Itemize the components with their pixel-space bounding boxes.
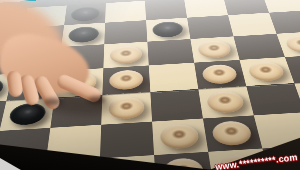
square-g7[interactable] [228, 13, 277, 37]
cream-checker[interactable] [206, 90, 246, 113]
square-e5[interactable] [149, 63, 199, 92]
cream-checker[interactable] [211, 120, 254, 146]
cream-checker[interactable] [197, 40, 232, 59]
square-d6[interactable] [103, 42, 148, 69]
cream-checker[interactable] [160, 123, 200, 149]
black-checker[interactable] [0, 78, 5, 100]
cream-checker[interactable] [110, 45, 142, 64]
square-c7[interactable] [61, 23, 105, 47]
cream-checker[interactable] [284, 35, 300, 54]
photo-stage: www.**********.com [0, 0, 300, 170]
square-f3[interactable] [203, 115, 262, 151]
square-g4[interactable] [246, 83, 300, 115]
black-checker[interactable] [68, 26, 100, 43]
cream-checker[interactable] [247, 61, 286, 82]
square-f4[interactable] [198, 86, 254, 118]
square-e6[interactable] [147, 39, 194, 65]
cream-checker[interactable] [108, 96, 144, 120]
fingertip-shadow [88, 96, 106, 104]
cream-checker[interactable] [109, 69, 143, 90]
square-e4[interactable] [150, 89, 203, 122]
square-d3[interactable] [100, 122, 154, 159]
square-d7[interactable] [104, 20, 147, 44]
black-checker[interactable] [70, 6, 100, 22]
black-checker[interactable] [152, 21, 184, 38]
square-d8[interactable] [105, 1, 146, 23]
square-f7[interactable] [187, 15, 233, 39]
square-e7[interactable] [146, 18, 190, 42]
square-f6[interactable] [190, 36, 239, 62]
square-e3[interactable] [152, 118, 208, 155]
square-c8[interactable] [64, 3, 106, 25]
cream-checker[interactable] [201, 64, 239, 85]
fingertip-shadow [44, 98, 62, 106]
square-d5[interactable] [102, 65, 150, 94]
square-f5[interactable] [194, 60, 246, 89]
